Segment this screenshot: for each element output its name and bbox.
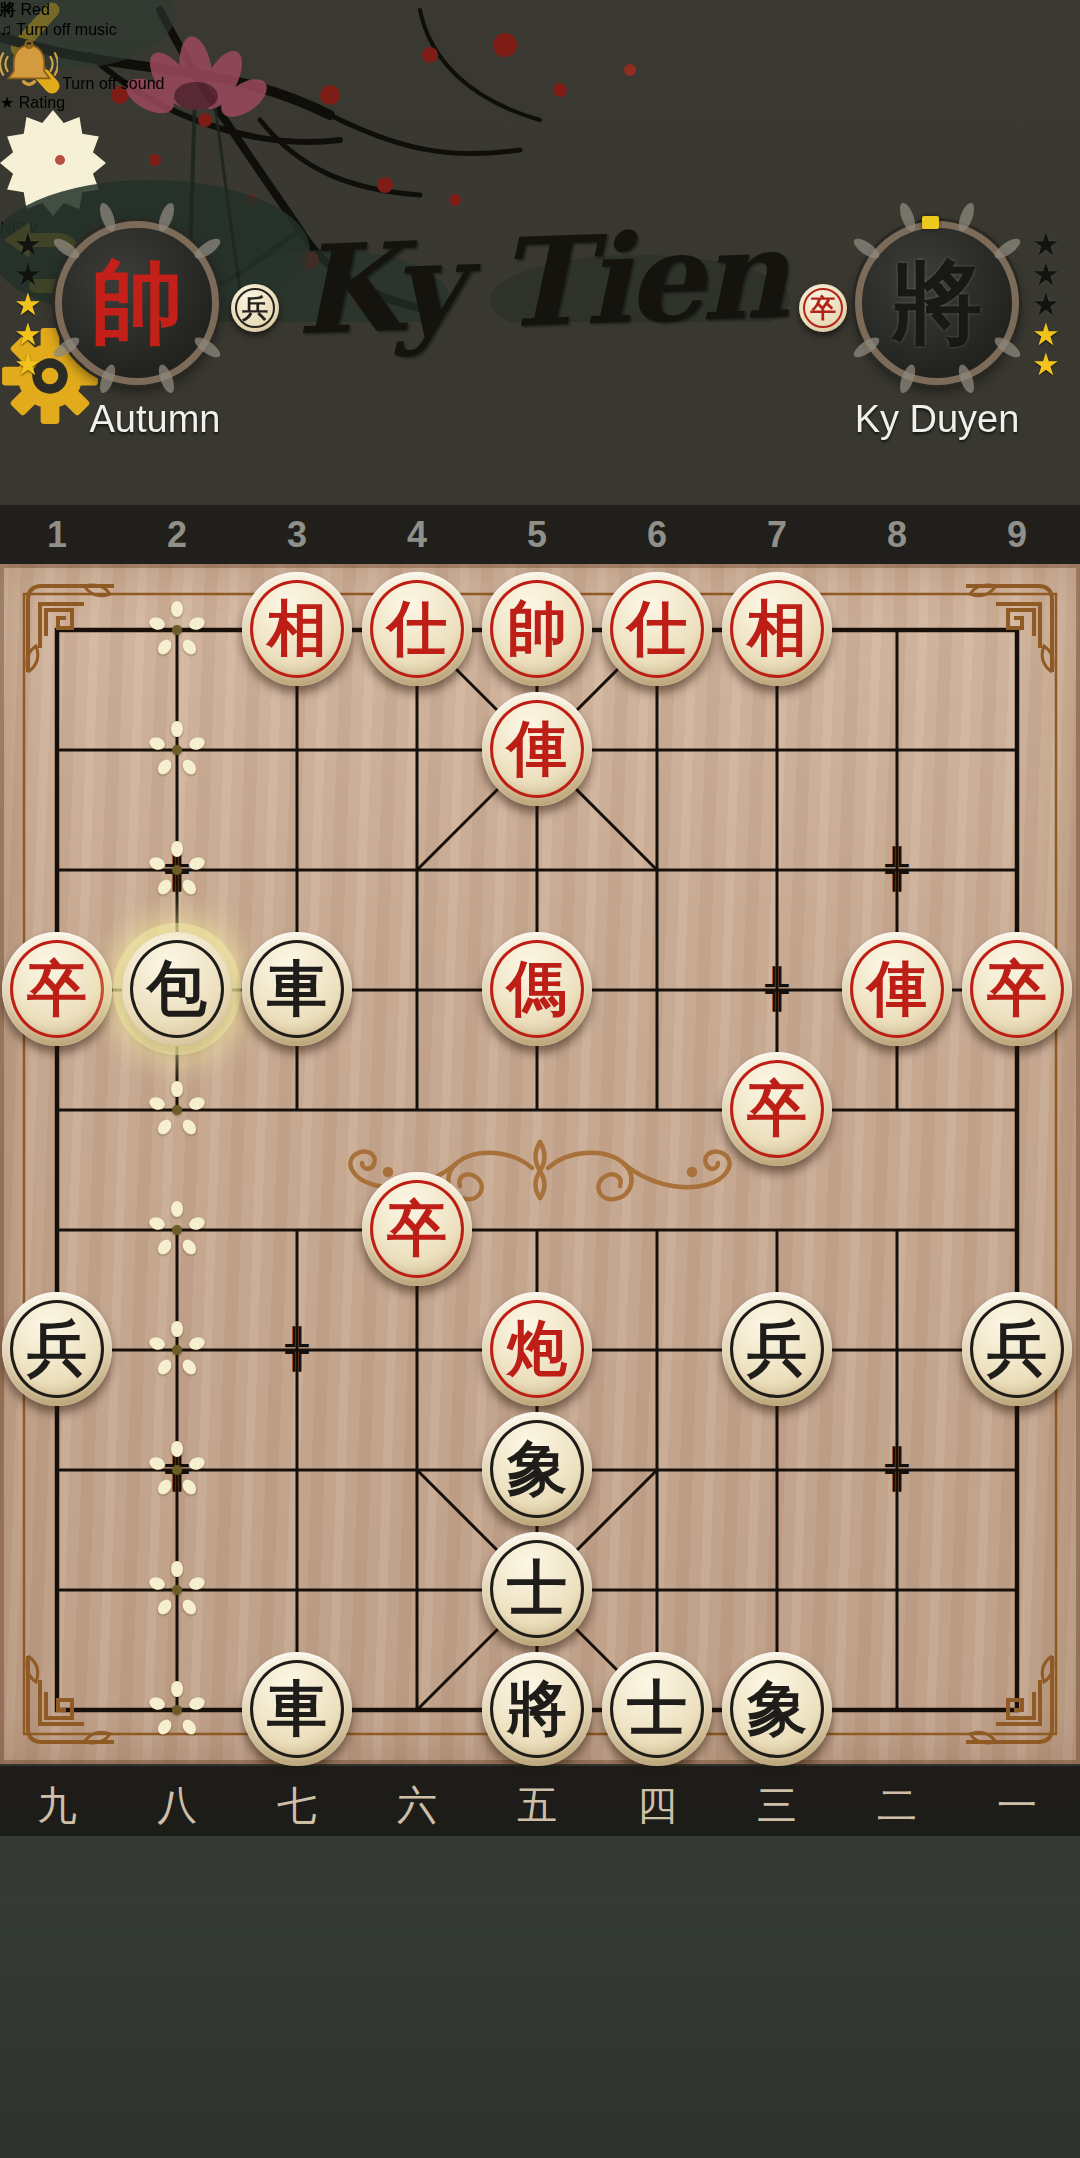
move-hint-flower[interactable] [157, 1570, 197, 1610]
bottom-coordinates: 九八七六五四三二一 [0, 1766, 1080, 1836]
rank-star-gold: ★ [14, 350, 42, 379]
piece-red-pawn[interactable]: 卒 [362, 1172, 472, 1286]
column-label-top: 9 [987, 514, 1047, 556]
piece-red-chariot[interactable]: 俥 [842, 932, 952, 1046]
menu-item-label: Red [20, 1, 49, 18]
piece-red-pawn[interactable]: 卒 [722, 1052, 832, 1166]
game-screen: ★★★★★ 帥 兵 Autumn ★★★★★ 將 卒 Ky Duyen Ky T… [0, 0, 1080, 2158]
column-label-bottom: 六 [387, 1778, 447, 1833]
red-captured-piece-badge: 兵 [231, 284, 279, 332]
piece-red-general[interactable]: 帥 [482, 572, 592, 686]
context-menu: 將 Red ♫ Turn off music Turn off soun [0, 0, 164, 112]
move-hint-flower[interactable] [157, 1210, 197, 1250]
black-player-stars: ★★★★★ [1032, 230, 1060, 379]
red-player-stars: ★★★★★ [14, 230, 42, 379]
red-player-avatar[interactable]: 帥 [55, 221, 219, 385]
piece-red-horse[interactable]: 傌 [482, 932, 592, 1046]
piece-red-advisor[interactable]: 仕 [602, 572, 712, 686]
piece-red-cannon[interactable]: 炮 [482, 1292, 592, 1406]
piece-red-advisor[interactable]: 仕 [362, 572, 472, 686]
piece-black-general[interactable]: 將 [482, 1652, 592, 1766]
column-label-top: 5 [507, 514, 567, 556]
column-label-bottom: 七 [267, 1778, 327, 1833]
column-label-top: 7 [747, 514, 807, 556]
piece-black-elephant[interactable]: 象 [722, 1652, 832, 1766]
column-label-top: 4 [387, 514, 447, 556]
move-hint-flower[interactable] [157, 1330, 197, 1370]
board-pieces: ╬╬╬╬╬╬相仕帥仕相俥卒包車傌俥卒卒卒兵炮兵兵象士車將士象 [0, 564, 1080, 1764]
general-piece-icon: 將 [0, 1, 20, 18]
point-marker: ╬ [877, 1449, 917, 1489]
rank-star-dark: ★ [14, 230, 42, 259]
rank-star-gold: ★ [14, 290, 42, 319]
piece-black-chariot[interactable]: 車 [242, 932, 352, 1046]
column-label-bottom: 五 [507, 1778, 567, 1833]
column-label-top: 2 [147, 514, 207, 556]
menu-item-rating[interactable]: ★ Rating [0, 93, 164, 112]
menu-item-sound[interactable]: Turn off sound [0, 39, 164, 93]
move-hint-flower[interactable] [157, 1090, 197, 1130]
board[interactable]: ╬╬╬╬╬╬相仕帥仕相俥卒包車傌俥卒卒卒兵炮兵兵象士車將士象 [0, 564, 1080, 1764]
point-marker: ╬ [877, 849, 917, 889]
black-player-avatar[interactable]: 將 [855, 221, 1019, 385]
turn-indicator [922, 216, 939, 229]
star-icon: ★ [0, 94, 14, 111]
piece-red-pawn[interactable]: 卒 [962, 932, 1072, 1046]
point-marker: ╬ [277, 1329, 317, 1369]
last-move-to-marker [0, 618, 120, 738]
rank-star-dark: ★ [1032, 260, 1060, 289]
column-label-bottom: 二 [867, 1778, 927, 1833]
black-general-avatar-glyph: 將 [891, 241, 983, 365]
piece-black-chariot[interactable]: 車 [242, 1652, 352, 1766]
piece-black-advisor[interactable]: 士 [602, 1652, 712, 1766]
piece-black-cannon[interactable]: 包 [122, 932, 232, 1046]
last-move-from-marker [0, 564, 54, 618]
piece-black-pawn[interactable]: 兵 [722, 1292, 832, 1406]
piece-black-elephant[interactable]: 象 [482, 1412, 592, 1526]
piece-red-chariot[interactable]: 俥 [482, 692, 592, 806]
column-label-bottom: 一 [987, 1778, 1047, 1833]
menu-item-label: Rating [19, 94, 65, 111]
rank-star-dark: ★ [1032, 230, 1060, 259]
black-player-name: Ky Duyen [837, 398, 1037, 441]
rank-star-gold: ★ [1032, 320, 1060, 349]
red-general-avatar-glyph: 帥 [91, 241, 183, 365]
move-hint-flower[interactable] [157, 850, 197, 890]
piece-black-pawn[interactable]: 兵 [962, 1292, 1072, 1406]
rank-star-dark: ★ [14, 260, 42, 289]
menu-item-side[interactable]: 將 Red [0, 0, 164, 21]
point-marker: ╬ [757, 969, 797, 1009]
column-label-top: 8 [867, 514, 927, 556]
piece-black-advisor[interactable]: 士 [482, 1532, 592, 1646]
bell-icon [0, 75, 62, 92]
column-label-top: 3 [267, 514, 327, 556]
column-label-bottom: 四 [627, 1778, 687, 1833]
column-label-bottom: 九 [27, 1778, 87, 1833]
move-hint-flower[interactable] [157, 1450, 197, 1490]
music-note-icon: ♫ [0, 21, 12, 38]
piece-red-elephant[interactable]: 相 [242, 572, 352, 686]
menu-item-music[interactable]: ♫ Turn off music [0, 21, 164, 39]
move-hint-flower[interactable] [157, 610, 197, 650]
column-label-bottom: 八 [147, 1778, 207, 1833]
rank-star-gold: ★ [1032, 350, 1060, 379]
piece-black-pawn[interactable]: 兵 [2, 1292, 112, 1406]
move-hint-flower[interactable] [157, 1690, 197, 1730]
rank-star-dark: ★ [1032, 290, 1060, 319]
column-label-top: 1 [27, 514, 87, 556]
piece-red-elephant[interactable]: 相 [722, 572, 832, 686]
move-hint-flower[interactable] [157, 730, 197, 770]
column-label-bottom: 三 [747, 1778, 807, 1833]
black-captured-piece-badge: 卒 [799, 284, 847, 332]
piece-red-pawn[interactable]: 卒 [2, 932, 112, 1046]
menu-item-label: Turn off music [16, 21, 116, 38]
top-coordinates: 123456789 [0, 505, 1080, 564]
column-label-top: 6 [627, 514, 687, 556]
red-player-name: Autumn [55, 398, 255, 441]
menu-item-label: Turn off sound [62, 75, 164, 92]
rank-star-gold: ★ [14, 320, 42, 349]
